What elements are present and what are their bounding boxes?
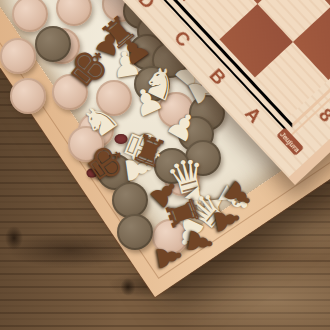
checker-disc-light (56, 0, 92, 26)
checker-disc-light (10, 78, 46, 114)
checker-disc-light (0, 38, 36, 74)
rank-label: 8 (307, 96, 330, 134)
checker-disc-dark (35, 26, 71, 62)
checker-disc-dark (112, 182, 148, 218)
photo-scene: ♞♞♚♟♟♟♟♟♟♛♝♝♟♝♛♚♟♜♟♚♜♟♜♟♟♟♟ FEDCBA 8 Jeu… (0, 0, 330, 330)
checker-disc-dark (117, 214, 153, 250)
chess-piece-dark-pawn: ♟ (151, 240, 187, 274)
checker-disc-light (12, 0, 48, 32)
brand-badge: Jeujura (276, 127, 304, 156)
